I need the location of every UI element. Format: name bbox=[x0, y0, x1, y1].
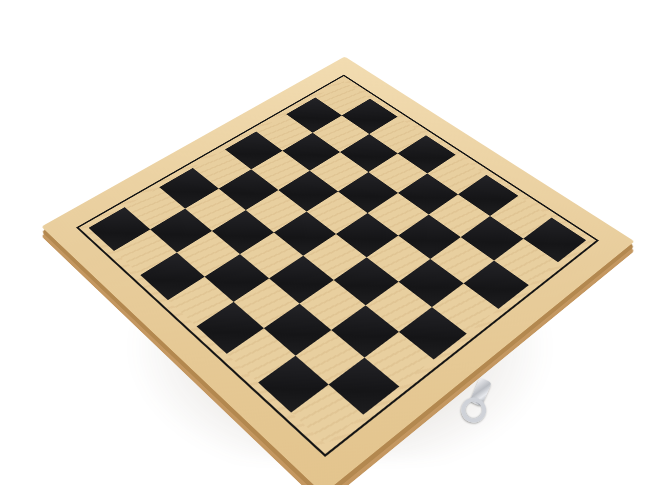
captured-pieces-front-of-board bbox=[0, 0, 660, 485]
chess-product-photo bbox=[0, 0, 660, 485]
